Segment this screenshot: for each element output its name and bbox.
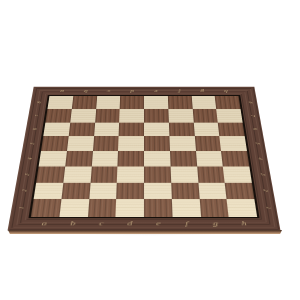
square-g6	[193, 122, 219, 136]
file-label-top-e: e	[154, 89, 157, 93]
rank-label-left-2: 2	[20, 190, 28, 192]
square-g3	[197, 166, 225, 182]
square-g1	[199, 199, 229, 217]
file-label-bottom-f: f	[185, 220, 188, 226]
square-e1	[144, 199, 172, 217]
file-label-top-a: a	[60, 89, 64, 93]
square-b3	[63, 166, 91, 182]
square-e7	[144, 109, 169, 122]
rank-label-left-3: 3	[23, 173, 31, 175]
square-c4	[91, 151, 118, 166]
file-label-top-d: d	[130, 89, 134, 93]
square-b1	[59, 199, 89, 217]
square-e2	[144, 182, 172, 199]
rank-label-right-8: 8	[246, 101, 253, 103]
rank-label-left-8: 8	[35, 101, 42, 103]
rank-label-left-4: 4	[25, 158, 32, 160]
square-f6	[169, 122, 195, 136]
square-b8	[72, 96, 97, 109]
square-b4	[65, 151, 93, 166]
rank-label-left-6: 6	[31, 128, 38, 130]
square-a5	[41, 136, 68, 151]
square-d6	[119, 122, 144, 136]
rank-label-right-6: 6	[250, 128, 257, 130]
file-label-bottom-d: d	[127, 220, 132, 226]
chessboard-grid	[31, 96, 257, 217]
square-c3	[90, 166, 118, 182]
square-e6	[144, 122, 169, 136]
square-a1	[31, 199, 61, 217]
square-f5	[169, 136, 195, 151]
file-label-bottom-b: b	[70, 220, 76, 226]
square-h3	[223, 166, 252, 182]
square-b5	[67, 136, 94, 151]
square-a2	[34, 182, 64, 199]
file-label-bottom-h: h	[241, 220, 247, 226]
square-d8	[120, 96, 144, 109]
rank-label-right-5: 5	[253, 143, 260, 145]
square-g8	[191, 96, 216, 109]
square-f7	[168, 109, 193, 122]
square-g4	[196, 151, 224, 166]
square-c6	[94, 122, 120, 136]
file-label-top-f: f	[178, 89, 180, 93]
square-f1	[172, 199, 201, 217]
square-c2	[89, 182, 117, 199]
square-c1	[87, 199, 116, 217]
square-e5	[144, 136, 170, 151]
square-h2	[225, 182, 255, 199]
product-photo-stage: aabbccddeeffgghh1122334455667788	[0, 0, 300, 300]
perspective-wrapper: aabbccddeeffgghh1122334455667788	[22, 68, 266, 234]
square-g2	[198, 182, 227, 199]
file-label-bottom-g: g	[212, 220, 218, 226]
square-a6	[43, 122, 70, 136]
file-label-top-b: b	[83, 89, 87, 93]
square-a4	[39, 151, 67, 166]
file-label-bottom-e: e	[156, 220, 161, 226]
square-h6	[218, 122, 245, 136]
square-d4	[118, 151, 144, 166]
square-h5	[220, 136, 247, 151]
square-a3	[36, 166, 65, 182]
file-label-bottom-a: a	[41, 220, 47, 226]
rank-label-left-5: 5	[28, 143, 35, 145]
square-f2	[171, 182, 199, 199]
square-f8	[168, 96, 193, 109]
rank-label-left-7: 7	[33, 115, 40, 117]
square-f3	[170, 166, 198, 182]
rank-label-right-2: 2	[260, 190, 268, 192]
board-frame-bottom	[8, 217, 281, 231]
rank-label-right-3: 3	[258, 173, 266, 175]
rank-label-right-4: 4	[255, 158, 262, 160]
square-e3	[144, 166, 171, 182]
square-h4	[221, 151, 249, 166]
square-a7	[45, 109, 71, 122]
square-e4	[144, 151, 170, 166]
file-label-bottom-c: c	[99, 220, 104, 226]
square-g5	[194, 136, 221, 151]
square-c5	[93, 136, 119, 151]
square-f4	[170, 151, 197, 166]
file-label-top-g: g	[201, 89, 205, 93]
square-d3	[117, 166, 144, 182]
chessboard: aabbccddeeffgghh1122334455667788	[8, 87, 281, 231]
board-front-edge	[8, 230, 282, 234]
square-h8	[215, 96, 241, 109]
rank-label-left-1: 1	[17, 207, 25, 209]
square-h7	[216, 109, 242, 122]
square-h1	[227, 199, 257, 217]
square-d2	[116, 182, 144, 199]
file-label-top-h: h	[224, 89, 228, 93]
square-d7	[119, 109, 144, 122]
square-b7	[70, 109, 96, 122]
square-b6	[68, 122, 94, 136]
rank-label-right-7: 7	[248, 115, 255, 117]
rank-label-right-1: 1	[263, 207, 271, 209]
square-e8	[144, 96, 168, 109]
square-c7	[95, 109, 120, 122]
square-a8	[47, 96, 73, 109]
square-d1	[116, 199, 144, 217]
square-c8	[96, 96, 121, 109]
square-d5	[118, 136, 144, 151]
square-g7	[192, 109, 218, 122]
square-b2	[61, 182, 90, 199]
